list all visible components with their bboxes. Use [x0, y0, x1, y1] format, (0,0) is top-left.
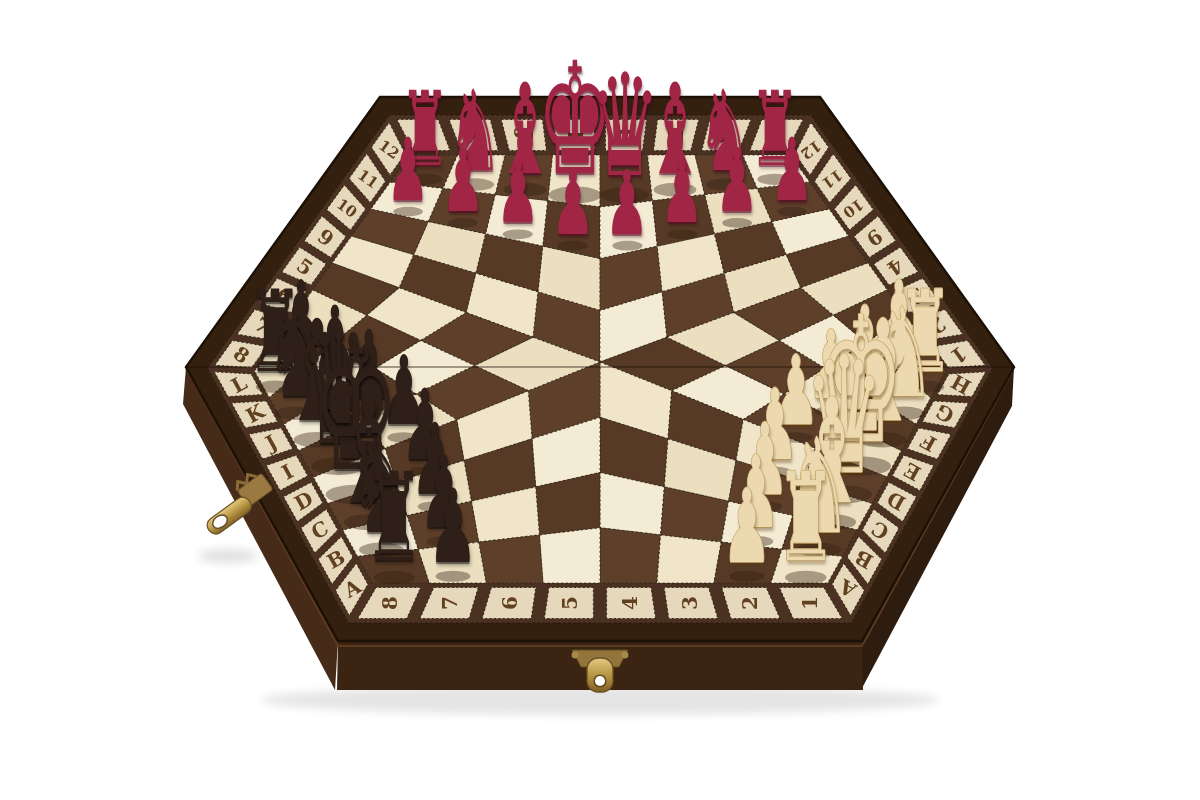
red-pawn[interactable]: ♟: [387, 127, 430, 214]
red-pawn[interactable]: ♟: [441, 137, 484, 225]
svg-text:2: 2: [738, 596, 762, 610]
svg-text:8: 8: [378, 596, 402, 610]
red-pawn[interactable]: ♟: [715, 137, 758, 225]
black-pawn[interactable]: ♟: [428, 476, 478, 578]
red-pawn[interactable]: ♟: [496, 148, 539, 236]
white-rook[interactable]: ♜: [776, 457, 836, 579]
svg-text:1: 1: [798, 596, 822, 610]
three-player-chess-photo: LKJIEFGH12111094321HGFEDCBA12345678ABCDI…: [0, 0, 1200, 800]
svg-text:5: 5: [558, 596, 582, 610]
white-pawn[interactable]: ♟: [722, 476, 772, 578]
red-pawn[interactable]: ♟: [770, 127, 813, 214]
svg-text:4: 4: [618, 596, 642, 610]
svg-text:6: 6: [498, 596, 522, 610]
svg-text:3: 3: [678, 596, 702, 610]
red-pawn[interactable]: ♟: [661, 148, 704, 236]
black-rook[interactable]: ♜: [364, 457, 424, 579]
svg-text:7: 7: [438, 596, 462, 610]
red-pawn[interactable]: ♟: [605, 159, 649, 248]
red-pawn[interactable]: ♟: [551, 159, 595, 248]
